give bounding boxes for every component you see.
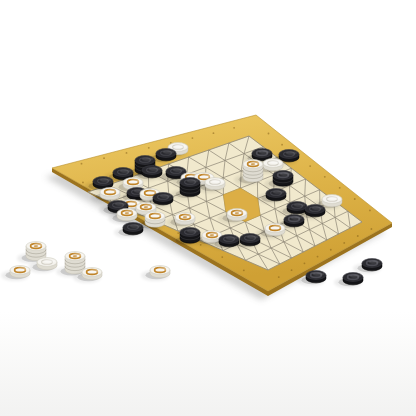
board-render	[0, 0, 416, 416]
game-scene	[0, 0, 416, 416]
